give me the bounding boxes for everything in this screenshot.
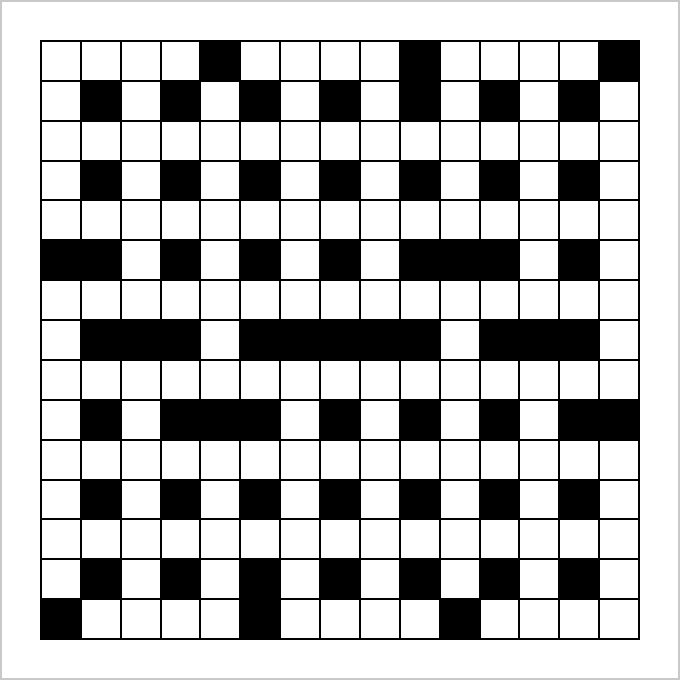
black-cell: [560, 82, 598, 120]
white-cell[interactable]: [42, 82, 80, 120]
white-cell[interactable]: [321, 122, 359, 160]
white-cell[interactable]: [201, 82, 239, 120]
white-cell[interactable]: [201, 281, 239, 319]
white-cell[interactable]: [600, 122, 638, 160]
white-cell[interactable]: [162, 361, 200, 399]
white-cell[interactable]: [600, 201, 638, 239]
white-cell[interactable]: [281, 42, 319, 80]
white-cell[interactable]: [201, 520, 239, 558]
white-cell[interactable]: [122, 520, 160, 558]
black-cell: [241, 321, 279, 359]
black-cell: [481, 401, 519, 439]
black-cell: [560, 560, 598, 598]
white-cell[interactable]: [560, 600, 598, 638]
black-cell: [441, 241, 479, 279]
black-cell: [42, 241, 80, 279]
white-cell[interactable]: [82, 361, 120, 399]
white-cell[interactable]: [600, 321, 638, 359]
black-cell: [122, 321, 160, 359]
white-cell[interactable]: [201, 361, 239, 399]
white-cell[interactable]: [122, 42, 160, 80]
black-cell: [321, 560, 359, 598]
black-cell: [241, 560, 279, 598]
white-cell[interactable]: [441, 201, 479, 239]
white-cell[interactable]: [122, 241, 160, 279]
white-cell[interactable]: [122, 401, 160, 439]
white-cell[interactable]: [441, 42, 479, 80]
white-cell[interactable]: [42, 361, 80, 399]
white-cell[interactable]: [361, 162, 399, 200]
white-cell[interactable]: [361, 600, 399, 638]
white-cell[interactable]: [560, 441, 598, 479]
white-cell[interactable]: [401, 441, 439, 479]
black-cell: [441, 600, 479, 638]
white-cell[interactable]: [441, 361, 479, 399]
black-cell: [321, 401, 359, 439]
black-cell: [401, 82, 439, 120]
black-cell: [401, 42, 439, 80]
white-cell[interactable]: [281, 122, 319, 160]
black-cell: [481, 560, 519, 598]
black-cell: [82, 401, 120, 439]
white-cell[interactable]: [281, 401, 319, 439]
white-cell[interactable]: [201, 122, 239, 160]
white-cell[interactable]: [82, 201, 120, 239]
black-cell: [401, 162, 439, 200]
white-cell[interactable]: [361, 520, 399, 558]
white-cell[interactable]: [560, 122, 598, 160]
black-cell: [162, 481, 200, 519]
white-cell[interactable]: [122, 162, 160, 200]
white-cell[interactable]: [520, 82, 558, 120]
white-cell[interactable]: [162, 441, 200, 479]
black-cell: [321, 82, 359, 120]
black-cell: [162, 560, 200, 598]
white-cell[interactable]: [162, 520, 200, 558]
white-cell[interactable]: [560, 361, 598, 399]
white-cell[interactable]: [281, 162, 319, 200]
white-cell[interactable]: [321, 281, 359, 319]
black-cell: [481, 481, 519, 519]
white-cell[interactable]: [361, 281, 399, 319]
white-cell[interactable]: [281, 520, 319, 558]
white-cell[interactable]: [201, 201, 239, 239]
white-cell[interactable]: [441, 82, 479, 120]
white-cell[interactable]: [281, 600, 319, 638]
white-cell[interactable]: [162, 122, 200, 160]
black-cell: [241, 82, 279, 120]
white-cell[interactable]: [401, 122, 439, 160]
black-cell: [241, 162, 279, 200]
white-cell[interactable]: [241, 122, 279, 160]
white-cell[interactable]: [441, 162, 479, 200]
white-cell[interactable]: [281, 201, 319, 239]
black-cell: [82, 560, 120, 598]
white-cell[interactable]: [201, 600, 239, 638]
black-cell: [401, 241, 439, 279]
black-cell: [162, 401, 200, 439]
white-cell[interactable]: [520, 481, 558, 519]
white-cell[interactable]: [481, 42, 519, 80]
black-cell: [162, 162, 200, 200]
white-cell[interactable]: [122, 82, 160, 120]
white-cell[interactable]: [321, 520, 359, 558]
white-cell[interactable]: [361, 241, 399, 279]
white-cell[interactable]: [201, 441, 239, 479]
black-cell: [321, 321, 359, 359]
black-cell: [82, 241, 120, 279]
white-cell[interactable]: [122, 600, 160, 638]
black-cell: [481, 241, 519, 279]
white-cell[interactable]: [600, 441, 638, 479]
white-cell[interactable]: [42, 401, 80, 439]
white-cell[interactable]: [281, 82, 319, 120]
black-cell: [520, 321, 558, 359]
white-cell[interactable]: [281, 281, 319, 319]
white-cell[interactable]: [241, 281, 279, 319]
black-cell: [481, 82, 519, 120]
black-cell: [241, 241, 279, 279]
white-cell[interactable]: [162, 281, 200, 319]
white-cell[interactable]: [122, 281, 160, 319]
white-cell[interactable]: [481, 441, 519, 479]
white-cell[interactable]: [82, 520, 120, 558]
white-cell[interactable]: [201, 481, 239, 519]
white-cell[interactable]: [281, 481, 319, 519]
white-cell[interactable]: [600, 481, 638, 519]
white-cell[interactable]: [520, 520, 558, 558]
black-cell: [321, 241, 359, 279]
black-cell: [82, 162, 120, 200]
white-cell[interactable]: [281, 560, 319, 598]
black-cell: [162, 321, 200, 359]
white-cell[interactable]: [401, 281, 439, 319]
white-cell[interactable]: [201, 241, 239, 279]
white-cell[interactable]: [122, 560, 160, 598]
white-cell[interactable]: [560, 201, 598, 239]
white-cell[interactable]: [520, 600, 558, 638]
white-cell[interactable]: [42, 321, 80, 359]
white-cell[interactable]: [241, 201, 279, 239]
black-cell: [162, 82, 200, 120]
white-cell[interactable]: [441, 481, 479, 519]
white-cell[interactable]: [42, 560, 80, 598]
white-cell[interactable]: [600, 82, 638, 120]
black-cell: [401, 321, 439, 359]
white-cell[interactable]: [441, 401, 479, 439]
black-cell: [560, 401, 598, 439]
white-cell[interactable]: [481, 520, 519, 558]
black-cell: [560, 481, 598, 519]
black-cell: [560, 162, 598, 200]
white-cell[interactable]: [42, 281, 80, 319]
white-cell[interactable]: [122, 361, 160, 399]
white-cell[interactable]: [162, 42, 200, 80]
white-cell[interactable]: [441, 520, 479, 558]
black-cell: [82, 82, 120, 120]
white-cell[interactable]: [42, 122, 80, 160]
white-cell[interactable]: [82, 281, 120, 319]
white-cell[interactable]: [481, 122, 519, 160]
white-cell[interactable]: [82, 122, 120, 160]
white-cell[interactable]: [520, 42, 558, 80]
white-cell[interactable]: [600, 520, 638, 558]
white-cell[interactable]: [361, 42, 399, 80]
white-cell[interactable]: [481, 201, 519, 239]
white-cell[interactable]: [321, 600, 359, 638]
white-cell[interactable]: [281, 241, 319, 279]
white-cell[interactable]: [122, 441, 160, 479]
white-cell[interactable]: [42, 520, 80, 558]
white-cell[interactable]: [481, 281, 519, 319]
white-cell[interactable]: [441, 122, 479, 160]
white-cell[interactable]: [321, 361, 359, 399]
black-cell: [241, 600, 279, 638]
black-cell: [481, 321, 519, 359]
black-cell: [201, 42, 239, 80]
white-cell[interactable]: [321, 201, 359, 239]
white-cell[interactable]: [361, 122, 399, 160]
white-cell[interactable]: [600, 560, 638, 598]
white-cell[interactable]: [560, 281, 598, 319]
white-cell[interactable]: [241, 361, 279, 399]
white-cell[interactable]: [520, 560, 558, 598]
black-cell: [82, 481, 120, 519]
black-cell: [401, 560, 439, 598]
black-cell: [241, 481, 279, 519]
white-cell[interactable]: [520, 281, 558, 319]
black-cell: [42, 600, 80, 638]
white-cell[interactable]: [600, 361, 638, 399]
black-cell: [560, 241, 598, 279]
black-cell: [401, 481, 439, 519]
black-cell: [481, 162, 519, 200]
white-cell[interactable]: [401, 520, 439, 558]
white-cell[interactable]: [122, 122, 160, 160]
white-cell[interactable]: [481, 361, 519, 399]
white-cell[interactable]: [520, 361, 558, 399]
white-cell[interactable]: [42, 441, 80, 479]
white-cell[interactable]: [401, 361, 439, 399]
white-cell[interactable]: [600, 600, 638, 638]
black-cell: [560, 321, 598, 359]
white-cell[interactable]: [401, 600, 439, 638]
white-cell[interactable]: [201, 560, 239, 598]
black-cell: [321, 162, 359, 200]
white-cell[interactable]: [321, 42, 359, 80]
white-cell[interactable]: [82, 441, 120, 479]
white-cell[interactable]: [42, 481, 80, 519]
white-cell[interactable]: [201, 321, 239, 359]
black-cell: [321, 481, 359, 519]
white-cell[interactable]: [361, 361, 399, 399]
white-cell[interactable]: [82, 600, 120, 638]
white-cell[interactable]: [42, 42, 80, 80]
white-cell[interactable]: [520, 122, 558, 160]
crossword-grid: [40, 40, 640, 640]
black-cell: [281, 321, 319, 359]
black-cell: [600, 401, 638, 439]
white-cell[interactable]: [361, 560, 399, 598]
white-cell[interactable]: [82, 42, 120, 80]
white-cell[interactable]: [361, 201, 399, 239]
white-cell[interactable]: [441, 441, 479, 479]
black-cell: [361, 321, 399, 359]
white-cell[interactable]: [201, 162, 239, 200]
white-cell[interactable]: [241, 441, 279, 479]
black-cell: [401, 401, 439, 439]
white-cell[interactable]: [520, 162, 558, 200]
white-cell[interactable]: [122, 201, 160, 239]
white-cell[interactable]: [520, 441, 558, 479]
white-cell[interactable]: [520, 401, 558, 439]
white-cell[interactable]: [321, 441, 359, 479]
white-cell[interactable]: [42, 201, 80, 239]
white-cell[interactable]: [520, 201, 558, 239]
white-cell[interactable]: [241, 520, 279, 558]
white-cell[interactable]: [441, 281, 479, 319]
white-cell[interactable]: [162, 600, 200, 638]
black-cell: [600, 42, 638, 80]
white-cell[interactable]: [481, 600, 519, 638]
black-cell: [201, 401, 239, 439]
white-cell[interactable]: [560, 42, 598, 80]
black-cell: [241, 401, 279, 439]
white-cell[interactable]: [401, 201, 439, 239]
white-cell[interactable]: [441, 321, 479, 359]
black-cell: [162, 241, 200, 279]
white-cell[interactable]: [281, 441, 319, 479]
white-cell[interactable]: [600, 281, 638, 319]
white-cell[interactable]: [281, 361, 319, 399]
white-cell[interactable]: [441, 560, 479, 598]
white-cell[interactable]: [361, 82, 399, 120]
black-cell: [82, 321, 120, 359]
white-cell[interactable]: [122, 481, 160, 519]
white-cell[interactable]: [42, 162, 80, 200]
white-cell[interactable]: [162, 201, 200, 239]
white-cell[interactable]: [560, 520, 598, 558]
white-cell[interactable]: [520, 241, 558, 279]
white-cell[interactable]: [241, 42, 279, 80]
white-cell[interactable]: [600, 241, 638, 279]
white-cell[interactable]: [361, 481, 399, 519]
white-cell[interactable]: [361, 401, 399, 439]
white-cell[interactable]: [600, 162, 638, 200]
white-cell[interactable]: [361, 441, 399, 479]
